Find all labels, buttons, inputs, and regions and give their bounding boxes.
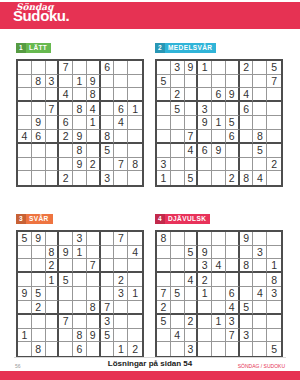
sudoku-cell-r7c3[interactable] xyxy=(46,315,60,329)
sudoku-cell-r7c8[interactable] xyxy=(253,315,267,329)
sudoku-cell-r4c3[interactable]: 7 xyxy=(46,102,60,116)
sudoku-cell-r6c5[interactable]: 9 xyxy=(73,130,87,144)
sudoku-cell-r4c5[interactable]: 8 xyxy=(73,102,87,116)
sudoku-cell-r8c6[interactable]: 2 xyxy=(87,158,101,172)
sudoku-cell-r5c2[interactable]: 9 xyxy=(32,116,46,130)
sudoku-cell-r3c3[interactable] xyxy=(185,259,199,273)
sudoku-cell-r2c3[interactable]: 5 xyxy=(185,246,199,260)
sudoku-cell-r1c6[interactable] xyxy=(87,61,101,75)
sudoku-cell-r3c1[interactable] xyxy=(18,259,32,273)
sudoku-cell-r1c5[interactable]: 3 xyxy=(73,232,87,246)
sudoku-cell-r6c5[interactable] xyxy=(212,130,226,144)
sudoku-cell-r3c7[interactable]: 4 xyxy=(240,88,254,102)
sudoku-cell-r8c8[interactable] xyxy=(253,329,267,343)
sudoku-cell-r2c1[interactable]: 5 xyxy=(157,75,171,89)
sudoku-cell-r8c3[interactable] xyxy=(185,329,199,343)
sudoku-cell-r8c1[interactable]: 3 xyxy=(157,158,171,172)
sudoku-cell-r5c2[interactable] xyxy=(171,116,185,130)
sudoku-cell-r5c2[interactable]: 5 xyxy=(32,287,46,301)
sudoku-cell-r2c8[interactable] xyxy=(114,246,128,260)
sudoku-cell-r5c5[interactable]: 1 xyxy=(212,116,226,130)
sudoku-cell-r4c4[interactable]: 3 xyxy=(198,102,212,116)
sudoku-cell-r6c1[interactable] xyxy=(157,130,171,144)
sudoku-cell-r8c2[interactable] xyxy=(32,329,46,343)
sudoku-cell-r6c6[interactable]: 8 xyxy=(87,301,101,315)
sudoku-cell-r9c3[interactable]: 5 xyxy=(185,171,199,185)
sudoku-cell-r3c4[interactable] xyxy=(198,88,212,102)
sudoku-cell-r9c1[interactable] xyxy=(18,342,32,356)
sudoku-cell-r4c6[interactable] xyxy=(87,273,101,287)
sudoku-cell-r7c9[interactable] xyxy=(267,144,281,158)
sudoku-cell-r4c8[interactable]: 6 xyxy=(114,102,128,116)
sudoku-cell-r7c7[interactable]: 5 xyxy=(101,144,115,158)
sudoku-cell-r3c3[interactable]: 2 xyxy=(46,259,60,273)
sudoku-cell-r3c8[interactable] xyxy=(114,88,128,102)
sudoku-cell-r1c3[interactable]: 9 xyxy=(185,61,199,75)
sudoku-cell-r4c3[interactable]: 1 xyxy=(46,273,60,287)
sudoku-cell-r3c3[interactable] xyxy=(46,88,60,102)
sudoku-cell-r4c1[interactable] xyxy=(157,273,171,287)
sudoku-cell-r3c1[interactable] xyxy=(18,88,32,102)
sudoku-cell-r2c7[interactable] xyxy=(101,75,115,89)
sudoku-cell-r8c6[interactable] xyxy=(226,158,240,172)
sudoku-cell-r8c5[interactable]: 8 xyxy=(73,329,87,343)
sudoku-cell-r2c3[interactable]: 8 xyxy=(46,246,60,260)
sudoku-cell-r6c7[interactable]: 7 xyxy=(101,301,115,315)
sudoku-cell-r6c8[interactable] xyxy=(114,301,128,315)
sudoku-cell-r5c9[interactable]: 1 xyxy=(128,287,142,301)
sudoku-cell-r5c9[interactable]: 3 xyxy=(267,287,281,301)
sudoku-cell-r9c3[interactable] xyxy=(46,171,60,185)
sudoku-cell-r2c3[interactable] xyxy=(185,75,199,89)
sudoku-cell-r6c8[interactable]: 8 xyxy=(253,130,267,144)
sudoku-cell-r8c5[interactable] xyxy=(212,158,226,172)
sudoku-cell-r4c7[interactable] xyxy=(101,273,115,287)
sudoku-cell-r3c3[interactable] xyxy=(185,88,199,102)
sudoku-cell-r5c6[interactable]: 6 xyxy=(226,287,240,301)
sudoku-cell-r9c8[interactable] xyxy=(114,171,128,185)
sudoku-cell-r5c7[interactable] xyxy=(101,116,115,130)
sudoku-cell-r3c6[interactable]: 9 xyxy=(226,88,240,102)
sudoku-cell-r2c7[interactable] xyxy=(101,246,115,260)
sudoku-cell-r5c9[interactable] xyxy=(267,116,281,130)
sudoku-cell-r9c2[interactable] xyxy=(171,342,185,356)
sudoku-cell-r2c3[interactable]: 3 xyxy=(46,75,60,89)
sudoku-cell-r4c5[interactable] xyxy=(73,273,87,287)
sudoku-cell-r5c5[interactable] xyxy=(73,287,87,301)
sudoku-cell-r8c1[interactable] xyxy=(18,158,32,172)
sudoku-cell-r2c2[interactable] xyxy=(171,246,185,260)
sudoku-cell-r2c7[interactable] xyxy=(240,246,254,260)
sudoku-cell-r2c5[interactable] xyxy=(212,75,226,89)
sudoku-cell-r7c9[interactable] xyxy=(128,144,142,158)
sudoku-cell-r6c4[interactable]: 2 xyxy=(59,130,73,144)
sudoku-cell-r3c5[interactable]: 6 xyxy=(212,88,226,102)
sudoku-cell-r7c9[interactable] xyxy=(128,315,142,329)
sudoku-cell-r5c7[interactable] xyxy=(101,287,115,301)
sudoku-cell-r2c5[interactable]: 1 xyxy=(73,246,87,260)
sudoku-cell-r6c1[interactable]: 4 xyxy=(18,130,32,144)
sudoku-cell-r2c8[interactable] xyxy=(253,75,267,89)
sudoku-cell-r3c8[interactable] xyxy=(253,259,267,273)
sudoku-cell-r8c3[interactable] xyxy=(46,158,60,172)
sudoku-cell-r4c1[interactable] xyxy=(18,273,32,287)
sudoku-cell-r1c7[interactable]: 6 xyxy=(101,61,115,75)
sudoku-cell-r8c3[interactable] xyxy=(185,158,199,172)
sudoku-cell-r4c3[interactable] xyxy=(185,102,199,116)
sudoku-cell-r7c9[interactable] xyxy=(267,315,281,329)
sudoku-cell-r9c9[interactable] xyxy=(128,171,142,185)
sudoku-cell-r9c2[interactable] xyxy=(171,171,185,185)
sudoku-cell-r5c4[interactable]: 6 xyxy=(59,116,73,130)
sudoku-cell-r8c4[interactable] xyxy=(198,158,212,172)
sudoku-cell-r6c2[interactable]: 6 xyxy=(32,130,46,144)
sudoku-cell-r8c4[interactable] xyxy=(59,158,73,172)
sudoku-cell-r1c6[interactable] xyxy=(226,61,240,75)
sudoku-cell-r7c5[interactable] xyxy=(73,315,87,329)
sudoku-cell-r9c9[interactable]: 5 xyxy=(267,342,281,356)
sudoku-cell-r7c7[interactable]: 3 xyxy=(101,315,115,329)
sudoku-cell-r7c4[interactable]: 6 xyxy=(198,144,212,158)
sudoku-cell-r1c8[interactable]: 7 xyxy=(114,232,128,246)
sudoku-cell-r8c7[interactable] xyxy=(101,158,115,172)
sudoku-cell-r3c6[interactable]: 8 xyxy=(87,88,101,102)
sudoku-cell-r5c1[interactable]: 9 xyxy=(18,287,32,301)
sudoku-cell-r9c8[interactable]: 4 xyxy=(253,171,267,185)
sudoku-cell-r5c1[interactable] xyxy=(157,116,171,130)
sudoku-cell-r5c8[interactable]: 3 xyxy=(114,287,128,301)
sudoku-cell-r6c7[interactable]: 5 xyxy=(240,301,254,315)
sudoku-cell-r8c8[interactable]: 7 xyxy=(114,158,128,172)
sudoku-cell-r2c6[interactable] xyxy=(226,75,240,89)
sudoku-cell-r8c7[interactable]: 5 xyxy=(101,329,115,343)
sudoku-cell-r9c5[interactable]: 6 xyxy=(73,342,87,356)
sudoku-cell-r6c3[interactable]: 7 xyxy=(185,130,199,144)
sudoku-cell-r4c2[interactable] xyxy=(171,273,185,287)
sudoku-cell-r8c8[interactable] xyxy=(253,158,267,172)
sudoku-cell-r7c6[interactable]: 3 xyxy=(226,315,240,329)
sudoku-cell-r2c4[interactable]: 9 xyxy=(198,246,212,260)
sudoku-cell-r1c8[interactable] xyxy=(253,232,267,246)
sudoku-cell-r4c9[interactable]: 8 xyxy=(267,273,281,287)
sudoku-cell-r4c4[interactable]: 2 xyxy=(198,273,212,287)
sudoku-cell-r6c9[interactable] xyxy=(267,130,281,144)
sudoku-cell-r4c7[interactable] xyxy=(240,273,254,287)
sudoku-cell-r3c8[interactable] xyxy=(253,88,267,102)
sudoku-cell-r3c5[interactable]: 4 xyxy=(212,259,226,273)
sudoku-cell-r3c7[interactable]: 8 xyxy=(240,259,254,273)
sudoku-cell-r4c5[interactable] xyxy=(212,273,226,287)
sudoku-cell-r1c4[interactable]: 7 xyxy=(59,61,73,75)
sudoku-cell-r4c2[interactable] xyxy=(32,102,46,116)
sudoku-cell-r1c1[interactable]: 8 xyxy=(157,232,171,246)
sudoku-cell-r7c2[interactable] xyxy=(32,144,46,158)
sudoku-cell-r3c1[interactable] xyxy=(157,88,171,102)
sudoku-cell-r1c3[interactable] xyxy=(46,61,60,75)
sudoku-cell-r8c9[interactable] xyxy=(267,329,281,343)
sudoku-cell-r7c6[interactable] xyxy=(87,144,101,158)
sudoku-cell-r2c9[interactable] xyxy=(128,75,142,89)
sudoku-cell-r5c1[interactable]: 7 xyxy=(157,287,171,301)
sudoku-cell-r1c7[interactable] xyxy=(101,232,115,246)
sudoku-cell-r8c8[interactable] xyxy=(114,329,128,343)
sudoku-cell-r1c4[interactable] xyxy=(59,232,73,246)
sudoku-cell-r5c9[interactable] xyxy=(128,116,142,130)
sudoku-cell-r1c2[interactable] xyxy=(32,61,46,75)
sudoku-cell-r5c8[interactable] xyxy=(253,116,267,130)
sudoku-cell-r8c6[interactable]: 7 xyxy=(226,329,240,343)
sudoku-cell-r4c3[interactable]: 4 xyxy=(185,273,199,287)
sudoku-cell-r8c2[interactable]: 4 xyxy=(171,329,185,343)
sudoku-cell-r2c4[interactable]: 9 xyxy=(59,246,73,260)
sudoku-cell-r6c8[interactable] xyxy=(253,301,267,315)
sudoku-cell-r6c5[interactable] xyxy=(212,301,226,315)
sudoku-cell-r9c4[interactable]: 2 xyxy=(59,171,73,185)
sudoku-cell-r4c4[interactable]: 5 xyxy=(59,273,73,287)
sudoku-cell-r4c9[interactable] xyxy=(128,273,142,287)
sudoku-cell-r6c1[interactable] xyxy=(18,301,32,315)
sudoku-cell-r6c3[interactable] xyxy=(46,301,60,315)
sudoku-cell-r8c5[interactable] xyxy=(212,329,226,343)
sudoku-cell-r1c8[interactable] xyxy=(114,61,128,75)
sudoku-cell-r5c1[interactable] xyxy=(18,116,32,130)
sudoku-cell-r2c2[interactable] xyxy=(171,75,185,89)
sudoku-cell-r8c9[interactable]: 2 xyxy=(267,158,281,172)
sudoku-cell-r7c8[interactable] xyxy=(114,144,128,158)
sudoku-cell-r9c3[interactable] xyxy=(46,342,60,356)
sudoku-cell-r9c7[interactable] xyxy=(240,342,254,356)
sudoku-cell-r4c6[interactable] xyxy=(226,273,240,287)
sudoku-cell-r1c7[interactable]: 9 xyxy=(240,232,254,246)
sudoku-cell-r5c5[interactable] xyxy=(212,287,226,301)
sudoku-cell-r2c1[interactable] xyxy=(18,75,32,89)
sudoku-cell-r1c9[interactable] xyxy=(267,232,281,246)
sudoku-cell-r2c8[interactable] xyxy=(114,75,128,89)
sudoku-cell-r2c9[interactable]: 4 xyxy=(128,246,142,260)
sudoku-cell-r6c2[interactable] xyxy=(171,130,185,144)
sudoku-cell-r4c9[interactable] xyxy=(267,102,281,116)
sudoku-cell-r9c5[interactable] xyxy=(73,171,87,185)
sudoku-cell-r3c4[interactable] xyxy=(59,259,73,273)
sudoku-cell-r4c6[interactable] xyxy=(226,102,240,116)
sudoku-cell-r7c1[interactable]: 5 xyxy=(157,315,171,329)
sudoku-cell-r5c4[interactable]: 1 xyxy=(198,287,212,301)
sudoku-cell-r3c9[interactable]: 1 xyxy=(267,259,281,273)
sudoku-cell-r8c2[interactable] xyxy=(32,158,46,172)
sudoku-cell-r7c2[interactable] xyxy=(171,315,185,329)
sudoku-cell-r2c6[interactable] xyxy=(87,246,101,260)
sudoku-cell-r4c7[interactable] xyxy=(101,102,115,116)
sudoku-cell-r9c6[interactable]: 2 xyxy=(226,171,240,185)
sudoku-cell-r7c4[interactable] xyxy=(59,144,73,158)
sudoku-cell-r4c5[interactable] xyxy=(212,102,226,116)
sudoku-cell-r2c9[interactable] xyxy=(267,246,281,260)
sudoku-cell-r7c7[interactable] xyxy=(240,144,254,158)
sudoku-cell-r3c9[interactable] xyxy=(128,88,142,102)
sudoku-cell-r1c3[interactable] xyxy=(46,232,60,246)
sudoku-cell-r6c9[interactable] xyxy=(267,301,281,315)
sudoku-cell-r3c2[interactable] xyxy=(171,259,185,273)
sudoku-cell-r4c6[interactable]: 4 xyxy=(87,102,101,116)
sudoku-cell-r4c4[interactable] xyxy=(59,102,73,116)
sudoku-cell-r6c2[interactable]: 2 xyxy=(32,301,46,315)
sudoku-cell-r7c4[interactable]: 7 xyxy=(59,315,73,329)
sudoku-cell-r3c8[interactable] xyxy=(114,259,128,273)
sudoku-cell-r5c2[interactable]: 5 xyxy=(171,287,185,301)
sudoku-cell-r9c4[interactable] xyxy=(198,171,212,185)
sudoku-cell-r7c5[interactable]: 1 xyxy=(212,315,226,329)
sudoku-cell-r3c9[interactable] xyxy=(128,259,142,273)
sudoku-cell-r7c5[interactable]: 9 xyxy=(212,144,226,158)
sudoku-cell-r4c8[interactable]: 2 xyxy=(114,273,128,287)
sudoku-cell-r9c4[interactable] xyxy=(59,342,73,356)
sudoku-cell-r5c6[interactable] xyxy=(87,287,101,301)
sudoku-cell-r3c6[interactable]: 7 xyxy=(87,259,101,273)
sudoku-cell-r7c3[interactable]: 4 xyxy=(185,144,199,158)
sudoku-cell-r5c8[interactable]: 4 xyxy=(253,287,267,301)
sudoku-cell-r6c2[interactable] xyxy=(171,301,185,315)
sudoku-cell-r1c7[interactable]: 2 xyxy=(240,61,254,75)
sudoku-cell-r4c8[interactable] xyxy=(253,273,267,287)
sudoku-cell-r1c4[interactable]: 1 xyxy=(198,61,212,75)
sudoku-cell-r9c1[interactable] xyxy=(18,171,32,185)
sudoku-cell-r6c6[interactable]: 6 xyxy=(226,130,240,144)
sudoku-cell-r3c1[interactable] xyxy=(157,259,171,273)
sudoku-cell-r1c6[interactable] xyxy=(226,232,240,246)
sudoku-cell-r5c3[interactable] xyxy=(185,116,199,130)
sudoku-cell-r9c1[interactable] xyxy=(157,342,171,356)
sudoku-cell-r9c1[interactable]: 1 xyxy=(157,171,171,185)
sudoku-cell-r2c5[interactable] xyxy=(212,246,226,260)
sudoku-cell-r6c9[interactable] xyxy=(128,301,142,315)
sudoku-cell-r1c2[interactable]: 3 xyxy=(171,61,185,75)
sudoku-cell-r4c1[interactable] xyxy=(157,102,171,116)
sudoku-cell-r5c6[interactable]: 5 xyxy=(226,116,240,130)
sudoku-cell-r1c2[interactable]: 9 xyxy=(32,232,46,246)
sudoku-cell-r9c3[interactable]: 3 xyxy=(185,342,199,356)
sudoku-cell-r9c6[interactable] xyxy=(87,171,101,185)
sudoku-cell-r7c8[interactable] xyxy=(114,315,128,329)
sudoku-cell-r9c8[interactable]: 1 xyxy=(114,342,128,356)
sudoku-cell-r6c3[interactable] xyxy=(46,130,60,144)
sudoku-cell-r1c4[interactable] xyxy=(198,232,212,246)
sudoku-cell-r5c7[interactable] xyxy=(240,116,254,130)
sudoku-cell-r2c8[interactable]: 3 xyxy=(253,246,267,260)
sudoku-cell-r8c2[interactable] xyxy=(171,158,185,172)
sudoku-cell-r7c1[interactable] xyxy=(18,315,32,329)
sudoku-cell-r1c5[interactable] xyxy=(212,232,226,246)
sudoku-cell-r4c2[interactable] xyxy=(32,273,46,287)
sudoku-cell-r2c5[interactable]: 1 xyxy=(73,75,87,89)
sudoku-cell-r3c5[interactable] xyxy=(73,259,87,273)
sudoku-cell-r5c5[interactable] xyxy=(73,116,87,130)
sudoku-cell-r3c9[interactable] xyxy=(267,88,281,102)
sudoku-cell-r3c7[interactable] xyxy=(101,88,115,102)
sudoku-cell-r9c9[interactable] xyxy=(267,171,281,185)
sudoku-cell-r8c4[interactable] xyxy=(59,329,73,343)
sudoku-cell-r7c7[interactable] xyxy=(240,315,254,329)
sudoku-cell-r5c3[interactable] xyxy=(46,116,60,130)
sudoku-cell-r6c4[interactable] xyxy=(59,301,73,315)
sudoku-cell-r5c8[interactable]: 4 xyxy=(114,116,128,130)
sudoku-cell-r2c4[interactable] xyxy=(198,75,212,89)
sudoku-cell-r5c4[interactable]: 9 xyxy=(198,116,212,130)
sudoku-cell-r9c7[interactable]: 8 xyxy=(240,171,254,185)
sudoku-cell-r7c5[interactable]: 8 xyxy=(73,144,87,158)
sudoku-cell-r7c6[interactable] xyxy=(87,315,101,329)
sudoku-cell-r7c6[interactable] xyxy=(226,144,240,158)
sudoku-cell-r6c7[interactable]: 8 xyxy=(101,130,115,144)
sudoku-cell-r3c7[interactable] xyxy=(101,259,115,273)
sudoku-cell-r8c7[interactable]: 3 xyxy=(240,329,254,343)
sudoku-cell-r2c2[interactable] xyxy=(32,246,46,260)
sudoku-cell-r4c2[interactable]: 5 xyxy=(171,102,185,116)
sudoku-cell-r8c5[interactable]: 9 xyxy=(73,158,87,172)
sudoku-cell-r8c7[interactable] xyxy=(240,158,254,172)
sudoku-cell-r6c6[interactable] xyxy=(87,130,101,144)
sudoku-cell-r3c6[interactable] xyxy=(226,259,240,273)
sudoku-cell-r9c7[interactable]: 3 xyxy=(101,171,115,185)
sudoku-cell-r8c1[interactable] xyxy=(157,329,171,343)
sudoku-cell-r2c7[interactable] xyxy=(240,75,254,89)
sudoku-cell-r4c1[interactable] xyxy=(18,102,32,116)
sudoku-cell-r4c8[interactable] xyxy=(253,102,267,116)
sudoku-cell-r3c5[interactable] xyxy=(73,88,87,102)
sudoku-cell-r3c2[interactable] xyxy=(32,88,46,102)
sudoku-cell-r9c8[interactable] xyxy=(253,342,267,356)
sudoku-cell-r5c3[interactable] xyxy=(46,287,60,301)
sudoku-cell-r9c5[interactable] xyxy=(212,171,226,185)
sudoku-cell-r1c6[interactable] xyxy=(87,232,101,246)
sudoku-cell-r8c6[interactable]: 9 xyxy=(87,329,101,343)
sudoku-cell-r8c9[interactable] xyxy=(128,329,142,343)
sudoku-cell-r9c2[interactable] xyxy=(32,171,46,185)
sudoku-cell-r8c3[interactable] xyxy=(46,329,60,343)
sudoku-cell-r6c6[interactable]: 4 xyxy=(226,301,240,315)
sudoku-cell-r1c9[interactable]: 5 xyxy=(267,61,281,75)
sudoku-cell-r8c4[interactable] xyxy=(198,329,212,343)
sudoku-cell-r2c6[interactable]: 9 xyxy=(87,75,101,89)
sudoku-cell-r3c4[interactable]: 3 xyxy=(198,259,212,273)
sudoku-cell-r6c8[interactable] xyxy=(114,130,128,144)
sudoku-cell-r7c3[interactable]: 2 xyxy=(185,315,199,329)
sudoku-cell-r1c3[interactable] xyxy=(185,232,199,246)
sudoku-cell-r9c2[interactable]: 8 xyxy=(32,342,46,356)
sudoku-cell-r7c8[interactable]: 5 xyxy=(253,144,267,158)
sudoku-cell-r1c9[interactable] xyxy=(128,61,142,75)
sudoku-cell-r5c3[interactable] xyxy=(185,287,199,301)
sudoku-cell-r5c6[interactable]: 1 xyxy=(87,116,101,130)
sudoku-cell-r6c7[interactable] xyxy=(240,130,254,144)
sudoku-cell-r7c3[interactable] xyxy=(46,144,60,158)
sudoku-cell-r7c2[interactable] xyxy=(32,315,46,329)
sudoku-cell-r6c1[interactable]: 2 xyxy=(157,301,171,315)
sudoku-cell-r3c4[interactable]: 4 xyxy=(59,88,73,102)
sudoku-cell-r9c9[interactable]: 2 xyxy=(128,342,142,356)
sudoku-cell-r3c2[interactable]: 2 xyxy=(171,88,185,102)
sudoku-cell-r1c1[interactable]: 5 xyxy=(18,232,32,246)
sudoku-cell-r9c6[interactable] xyxy=(226,342,240,356)
sudoku-cell-r2c2[interactable]: 8 xyxy=(32,75,46,89)
sudoku-cell-r5c4[interactable] xyxy=(59,287,73,301)
sudoku-cell-r1c5[interactable] xyxy=(212,61,226,75)
sudoku-cell-r4c9[interactable]: 1 xyxy=(128,102,142,116)
sudoku-cell-r2c9[interactable]: 7 xyxy=(267,75,281,89)
sudoku-cell-r1c1[interactable] xyxy=(157,61,171,75)
sudoku-cell-r6c3[interactable] xyxy=(185,301,199,315)
sudoku-cell-r1c9[interactable] xyxy=(128,232,142,246)
sudoku-cell-r8c9[interactable]: 8 xyxy=(128,158,142,172)
